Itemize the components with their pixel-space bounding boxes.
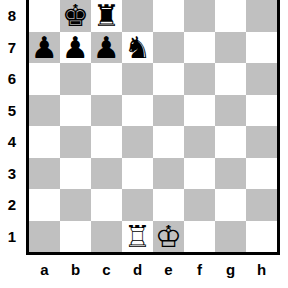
black-pawn[interactable]: ♟ xyxy=(93,32,120,64)
square-e8[interactable] xyxy=(153,0,184,32)
square-b3[interactable] xyxy=(60,158,91,190)
black-knight[interactable]: ♞ xyxy=(124,32,151,64)
file-labels: abcdefgh xyxy=(29,258,277,280)
black-rook[interactable]: ♜ xyxy=(93,0,120,32)
square-f4[interactable] xyxy=(184,126,215,158)
square-b4[interactable] xyxy=(60,126,91,158)
square-a6[interactable] xyxy=(29,63,60,95)
square-e6[interactable] xyxy=(153,63,184,95)
square-c7[interactable]: ♟ xyxy=(91,32,122,64)
square-b5[interactable] xyxy=(60,95,91,127)
square-f1[interactable] xyxy=(184,221,215,253)
square-e3[interactable] xyxy=(153,158,184,190)
white-rook[interactable]: ♖ xyxy=(124,221,151,253)
square-h8[interactable] xyxy=(246,0,277,32)
square-d6[interactable] xyxy=(122,63,153,95)
square-e4[interactable] xyxy=(153,126,184,158)
square-a4[interactable] xyxy=(29,126,60,158)
square-e1[interactable]: ♔ xyxy=(153,221,184,253)
square-a2[interactable] xyxy=(29,189,60,221)
square-f2[interactable] xyxy=(184,189,215,221)
square-d8[interactable] xyxy=(122,0,153,32)
square-g5[interactable] xyxy=(215,95,246,127)
rank-labels: 87654321 xyxy=(0,0,24,252)
square-d7[interactable]: ♞ xyxy=(122,32,153,64)
square-c3[interactable] xyxy=(91,158,122,190)
square-a5[interactable] xyxy=(29,95,60,127)
square-c2[interactable] xyxy=(91,189,122,221)
white-king[interactable]: ♔ xyxy=(155,221,182,253)
square-d4[interactable] xyxy=(122,126,153,158)
rank-label-6: 6 xyxy=(0,63,24,95)
square-b2[interactable] xyxy=(60,189,91,221)
rank-label-8: 8 xyxy=(0,0,24,32)
square-f5[interactable] xyxy=(184,95,215,127)
chess-board: ♚♜♟♟♟♞♖♔ xyxy=(29,0,277,252)
square-a7[interactable]: ♟ xyxy=(29,32,60,64)
square-f7[interactable] xyxy=(184,32,215,64)
square-d2[interactable] xyxy=(122,189,153,221)
rank-label-4: 4 xyxy=(0,126,24,158)
square-h6[interactable] xyxy=(246,63,277,95)
square-c4[interactable] xyxy=(91,126,122,158)
square-g8[interactable] xyxy=(215,0,246,32)
square-h5[interactable] xyxy=(246,95,277,127)
square-g6[interactable] xyxy=(215,63,246,95)
square-g3[interactable] xyxy=(215,158,246,190)
square-a3[interactable] xyxy=(29,158,60,190)
square-e7[interactable] xyxy=(153,32,184,64)
file-label-a: a xyxy=(29,258,60,280)
square-a1[interactable] xyxy=(29,221,60,253)
file-label-d: d xyxy=(122,258,153,280)
square-b1[interactable] xyxy=(60,221,91,253)
square-g4[interactable] xyxy=(215,126,246,158)
file-label-g: g xyxy=(215,258,246,280)
square-h7[interactable] xyxy=(246,32,277,64)
square-g2[interactable] xyxy=(215,189,246,221)
black-pawn[interactable]: ♟ xyxy=(31,32,58,64)
rank-label-5: 5 xyxy=(0,95,24,127)
black-king[interactable]: ♚ xyxy=(62,0,89,32)
file-label-b: b xyxy=(60,258,91,280)
square-f6[interactable] xyxy=(184,63,215,95)
square-g7[interactable] xyxy=(215,32,246,64)
file-label-h: h xyxy=(246,258,277,280)
square-f3[interactable] xyxy=(184,158,215,190)
square-f8[interactable] xyxy=(184,0,215,32)
square-c5[interactable] xyxy=(91,95,122,127)
square-b7[interactable]: ♟ xyxy=(60,32,91,64)
rank-label-7: 7 xyxy=(0,32,24,64)
square-d5[interactable] xyxy=(122,95,153,127)
square-b8[interactable]: ♚ xyxy=(60,0,91,32)
square-c8[interactable]: ♜ xyxy=(91,0,122,32)
square-b6[interactable] xyxy=(60,63,91,95)
square-e5[interactable] xyxy=(153,95,184,127)
file-label-e: e xyxy=(153,258,184,280)
square-h2[interactable] xyxy=(246,189,277,221)
square-e2[interactable] xyxy=(153,189,184,221)
board-frame: ♚♜♟♟♟♞♖♔ xyxy=(26,0,280,255)
square-h1[interactable] xyxy=(246,221,277,253)
black-pawn[interactable]: ♟ xyxy=(62,32,89,64)
square-c1[interactable] xyxy=(91,221,122,253)
file-label-c: c xyxy=(91,258,122,280)
square-a8[interactable] xyxy=(29,0,60,32)
square-g1[interactable] xyxy=(215,221,246,253)
square-h4[interactable] xyxy=(246,126,277,158)
square-h3[interactable] xyxy=(246,158,277,190)
file-label-f: f xyxy=(184,258,215,280)
rank-label-3: 3 xyxy=(0,158,24,190)
square-d1[interactable]: ♖ xyxy=(122,221,153,253)
square-d3[interactable] xyxy=(122,158,153,190)
chess-diagram: 87654321 ♚♜♟♟♟♞♖♔ abcdefgh xyxy=(0,0,288,288)
rank-label-1: 1 xyxy=(0,221,24,253)
rank-label-2: 2 xyxy=(0,189,24,221)
square-c6[interactable] xyxy=(91,63,122,95)
